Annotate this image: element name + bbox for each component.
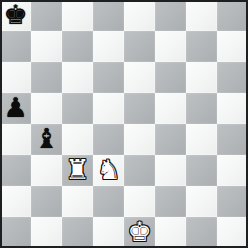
square-c7[interactable] [62,31,93,62]
square-a4[interactable] [0,124,31,155]
square-h6[interactable] [217,62,248,93]
square-b3[interactable] [31,155,62,186]
square-a3[interactable] [0,155,31,186]
square-d7[interactable] [93,31,124,62]
square-a7[interactable] [0,31,31,62]
square-c1[interactable] [62,217,93,248]
square-d8[interactable] [93,0,124,31]
square-g8[interactable] [186,0,217,31]
square-h8[interactable] [217,0,248,31]
square-b5[interactable] [31,93,62,124]
square-a2[interactable] [0,186,31,217]
square-c3[interactable]: ♜ [62,155,93,186]
square-f5[interactable] [155,93,186,124]
square-g6[interactable] [186,62,217,93]
square-a1[interactable] [0,217,31,248]
square-h1[interactable] [217,217,248,248]
square-h3[interactable] [217,155,248,186]
square-f4[interactable] [155,124,186,155]
square-e3[interactable] [124,155,155,186]
square-a6[interactable] [0,62,31,93]
square-f1[interactable] [155,217,186,248]
square-f3[interactable] [155,155,186,186]
square-b7[interactable] [31,31,62,62]
square-g3[interactable] [186,155,217,186]
square-g1[interactable] [186,217,217,248]
square-d6[interactable] [93,62,124,93]
square-a8[interactable]: ♚ [0,0,31,31]
square-b4[interactable]: ♝ [31,124,62,155]
square-f2[interactable] [155,186,186,217]
chess-board: ♚♟♝♜♞♚ [0,0,248,248]
square-c4[interactable] [62,124,93,155]
square-h5[interactable] [217,93,248,124]
square-a5[interactable]: ♟ [0,93,31,124]
square-b1[interactable] [31,217,62,248]
square-d1[interactable] [93,217,124,248]
square-e4[interactable] [124,124,155,155]
square-c8[interactable] [62,0,93,31]
square-e2[interactable] [124,186,155,217]
square-g5[interactable] [186,93,217,124]
square-g2[interactable] [186,186,217,217]
square-c2[interactable] [62,186,93,217]
square-e7[interactable] [124,31,155,62]
white-rook: ♜ [65,155,89,185]
square-c5[interactable] [62,93,93,124]
square-f7[interactable] [155,31,186,62]
square-b2[interactable] [31,186,62,217]
board-grid: ♚♟♝♜♞♚ [0,0,248,248]
black-pawn: ♟ [3,93,27,123]
square-h2[interactable] [217,186,248,217]
square-e8[interactable] [124,0,155,31]
square-h4[interactable] [217,124,248,155]
black-bishop: ♝ [34,124,58,154]
square-g7[interactable] [186,31,217,62]
square-e5[interactable] [124,93,155,124]
black-king: ♚ [3,0,27,30]
square-d4[interactable] [93,124,124,155]
square-b6[interactable] [31,62,62,93]
square-g4[interactable] [186,124,217,155]
square-d5[interactable] [93,93,124,124]
square-h7[interactable] [217,31,248,62]
square-e6[interactable] [124,62,155,93]
square-b8[interactable] [31,0,62,31]
square-d2[interactable] [93,186,124,217]
square-d3[interactable]: ♞ [93,155,124,186]
square-f8[interactable] [155,0,186,31]
square-f6[interactable] [155,62,186,93]
square-e1[interactable]: ♚ [124,217,155,248]
white-knight: ♞ [96,155,120,185]
square-c6[interactable] [62,62,93,93]
white-king: ♚ [127,217,151,247]
